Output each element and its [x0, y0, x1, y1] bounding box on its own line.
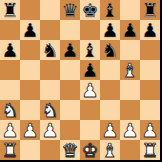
square-f7[interactable]: ♟	[100, 20, 120, 40]
square-a2[interactable]: ♟	[0, 120, 20, 140]
square-f6[interactable]: ♞	[100, 40, 120, 60]
black-pawn-piece[interactable]: ♟	[81, 60, 98, 80]
black-bishop-piece[interactable]: ♝	[81, 40, 98, 60]
square-b6[interactable]	[20, 40, 40, 60]
white-pawn-piece[interactable]: ♟	[141, 120, 158, 140]
square-a4[interactable]	[0, 80, 20, 100]
square-g7[interactable]: ♟	[120, 20, 140, 40]
black-pawn-piece[interactable]: ♟	[141, 20, 158, 40]
square-g1[interactable]	[120, 140, 140, 160]
square-b2[interactable]: ♟	[20, 120, 40, 140]
square-h4[interactable]	[140, 80, 160, 100]
square-a7[interactable]	[0, 20, 20, 40]
white-bishop-piece[interactable]: ♝	[101, 140, 118, 160]
square-c2[interactable]: ♟	[40, 120, 60, 140]
square-f1[interactable]: ♝	[100, 140, 120, 160]
white-rook-piece[interactable]: ♜	[1, 140, 18, 160]
square-f4[interactable]	[100, 80, 120, 100]
square-h1[interactable]: ♜	[140, 140, 160, 160]
square-a5[interactable]	[0, 60, 20, 80]
white-rook-piece[interactable]: ♜	[141, 140, 158, 160]
white-king-piece[interactable]: ♚	[81, 140, 98, 160]
square-b5[interactable]	[20, 60, 40, 80]
square-c3[interactable]: ♞	[40, 100, 60, 120]
square-h3[interactable]	[140, 100, 160, 120]
square-g6[interactable]	[120, 40, 140, 60]
square-a8[interactable]: ♜	[0, 0, 20, 20]
square-b3[interactable]	[20, 100, 40, 120]
square-e7[interactable]	[80, 20, 100, 40]
square-d2[interactable]	[60, 120, 80, 140]
square-e5[interactable]: ♟	[80, 60, 100, 80]
square-d4[interactable]	[60, 80, 80, 100]
square-b8[interactable]	[20, 0, 40, 20]
square-c8[interactable]	[40, 0, 60, 20]
square-g4[interactable]	[120, 80, 140, 100]
square-e2[interactable]	[80, 120, 100, 140]
square-d7[interactable]	[60, 20, 80, 40]
black-pawn-piece[interactable]: ♟	[1, 40, 18, 60]
square-g8[interactable]	[120, 0, 140, 20]
square-e6[interactable]: ♝	[80, 40, 100, 60]
square-c7[interactable]	[40, 20, 60, 40]
black-pawn-piece[interactable]: ♟	[121, 20, 138, 40]
square-g2[interactable]: ♟	[120, 120, 140, 140]
square-c1[interactable]	[40, 140, 60, 160]
square-e4[interactable]: ♟	[80, 80, 100, 100]
square-f8[interactable]: ♝	[100, 0, 120, 20]
square-a3[interactable]: ♞	[0, 100, 20, 120]
black-knight-piece[interactable]: ♞	[101, 40, 118, 60]
white-pawn-piece[interactable]: ♟	[81, 80, 98, 100]
white-pawn-piece[interactable]: ♟	[41, 120, 58, 140]
square-h2[interactable]: ♟	[140, 120, 160, 140]
white-queen-piece[interactable]: ♛	[61, 140, 78, 160]
square-g5[interactable]: ♝	[120, 60, 140, 80]
square-f5[interactable]	[100, 60, 120, 80]
black-pawn-piece[interactable]: ♟	[101, 20, 118, 40]
white-knight-piece[interactable]: ♞	[41, 100, 58, 120]
square-d1[interactable]: ♛	[60, 140, 80, 160]
square-b4[interactable]	[20, 80, 40, 100]
square-d8[interactable]: ♛	[60, 0, 80, 20]
white-pawn-piece[interactable]: ♟	[101, 120, 118, 140]
black-pawn-piece[interactable]: ♟	[21, 20, 38, 40]
square-b1[interactable]	[20, 140, 40, 160]
square-e8[interactable]: ♚	[80, 0, 100, 20]
square-h6[interactable]	[140, 40, 160, 60]
square-e1[interactable]: ♚	[80, 140, 100, 160]
square-g3[interactable]	[120, 100, 140, 120]
white-pawn-piece[interactable]: ♟	[21, 120, 38, 140]
square-d3[interactable]	[60, 100, 80, 120]
square-c6[interactable]: ♞	[40, 40, 60, 60]
square-h8[interactable]: ♜	[140, 0, 160, 20]
white-pawn-piece[interactable]: ♟	[1, 120, 18, 140]
black-rook-piece[interactable]: ♜	[1, 0, 18, 20]
square-a1[interactable]: ♜	[0, 140, 20, 160]
white-pawn-piece[interactable]: ♟	[121, 120, 138, 140]
square-f2[interactable]: ♟	[100, 120, 120, 140]
black-rook-piece[interactable]: ♜	[141, 0, 158, 20]
square-a6[interactable]: ♟	[0, 40, 20, 60]
square-d6[interactable]: ♟	[60, 40, 80, 60]
chessboard: ♜♛♚♝♜♟♟♟♟♟♞♟♝♞♟♝♟♞♞♟♟♟♟♟♟♜♛♚♝♜	[0, 0, 160, 160]
square-h7[interactable]: ♟	[140, 20, 160, 40]
chessboard-frame: ♜♛♚♝♜♟♟♟♟♟♞♟♝♞♟♝♟♞♞♟♟♟♟♟♟♜♛♚♝♜	[0, 0, 162, 162]
black-knight-piece[interactable]: ♞	[41, 40, 58, 60]
square-c4[interactable]	[40, 80, 60, 100]
square-h5[interactable]	[140, 60, 160, 80]
white-bishop-piece[interactable]: ♝	[121, 60, 138, 80]
square-d5[interactable]	[60, 60, 80, 80]
square-e3[interactable]	[80, 100, 100, 120]
black-pawn-piece[interactable]: ♟	[61, 40, 78, 60]
black-queen-piece[interactable]: ♛	[61, 0, 78, 20]
square-f3[interactable]	[100, 100, 120, 120]
black-bishop-piece[interactable]: ♝	[101, 0, 118, 20]
square-b7[interactable]: ♟	[20, 20, 40, 40]
black-king-piece[interactable]: ♚	[81, 0, 98, 20]
square-c5[interactable]	[40, 60, 60, 80]
white-knight-piece[interactable]: ♞	[1, 100, 18, 120]
